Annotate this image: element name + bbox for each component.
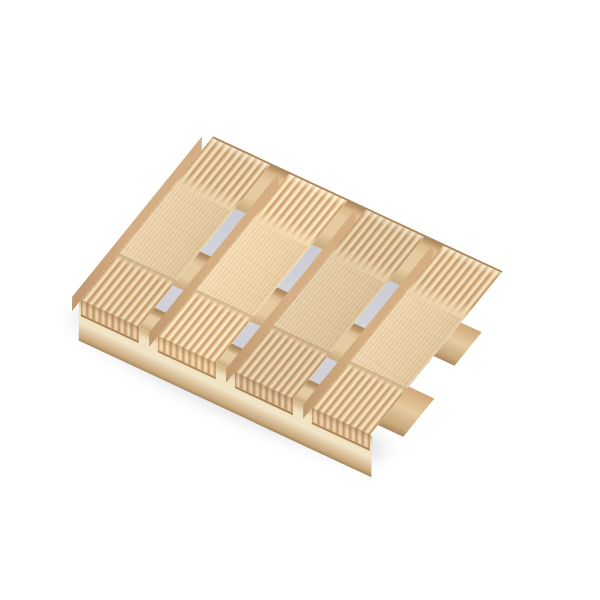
wooden-soap-dish (81, 138, 501, 435)
product-photo (0, 0, 600, 600)
